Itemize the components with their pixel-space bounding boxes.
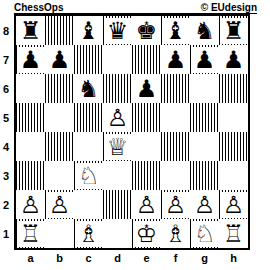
black-pawn-piece: ♟	[133, 76, 160, 102]
square-b2[interactable]: ♙	[45, 190, 74, 219]
black-bishop-piece: ♝	[162, 18, 189, 44]
square-a1[interactable]: ♖	[16, 219, 45, 248]
square-g8[interactable]: ♞	[190, 16, 219, 45]
file-label-b: b	[45, 251, 74, 265]
square-f2[interactable]: ♙	[161, 190, 190, 219]
square-h8[interactable]: ♜	[219, 16, 248, 45]
square-b3[interactable]	[45, 161, 74, 190]
title-bar: ChessOps © EUdesign	[14, 0, 257, 14]
file-label-a: a	[16, 251, 45, 265]
square-e7[interactable]	[132, 45, 161, 74]
square-g2[interactable]: ♙	[190, 190, 219, 219]
rank-label-6: 6	[0, 74, 12, 103]
square-f7[interactable]: ♟	[161, 45, 190, 74]
white-knight-piece: ♘	[75, 163, 102, 189]
square-g1[interactable]: ♘	[190, 219, 219, 248]
square-g5[interactable]	[190, 103, 219, 132]
square-b7[interactable]: ♟	[45, 45, 74, 74]
square-f5[interactable]	[161, 103, 190, 132]
square-d5[interactable]: ♙	[103, 103, 132, 132]
white-knight-piece: ♘	[191, 221, 218, 247]
black-pawn-piece: ♟	[162, 47, 189, 73]
black-pawn-piece: ♟	[191, 47, 218, 73]
chess-board: ♜♝♛♚♝♞♜♟♟♟♟♟♞♟♙♕♘♙♙♙♙♙♙♖♗♔♗♘♖	[14, 14, 250, 250]
square-d1[interactable]	[103, 219, 132, 248]
square-a3[interactable]	[16, 161, 45, 190]
rank-label-2: 2	[0, 190, 12, 219]
white-pawn-piece: ♙	[46, 192, 73, 218]
app-title: ChessOps	[14, 2, 63, 13]
square-c1[interactable]: ♗	[74, 219, 103, 248]
square-b1[interactable]	[45, 219, 74, 248]
file-label-h: h	[219, 251, 248, 265]
square-d3[interactable]	[103, 161, 132, 190]
square-a5[interactable]	[16, 103, 45, 132]
white-rook-piece: ♖	[220, 221, 247, 247]
square-f8[interactable]: ♝	[161, 16, 190, 45]
white-rook-piece: ♖	[17, 221, 44, 247]
square-d8[interactable]: ♛	[103, 16, 132, 45]
square-a6[interactable]	[16, 74, 45, 103]
black-queen-piece: ♛	[104, 18, 131, 44]
square-e1[interactable]: ♔	[132, 219, 161, 248]
square-f3[interactable]	[161, 161, 190, 190]
square-c6[interactable]: ♞	[74, 74, 103, 103]
white-pawn-piece: ♙	[220, 192, 247, 218]
black-king-piece: ♚	[133, 18, 160, 44]
square-f1[interactable]: ♗	[161, 219, 190, 248]
rank-label-1: 1	[0, 219, 12, 248]
square-g6[interactable]	[190, 74, 219, 103]
file-label-f: f	[161, 251, 190, 265]
white-pawn-piece: ♙	[104, 105, 131, 131]
white-pawn-piece: ♙	[133, 192, 160, 218]
square-g7[interactable]: ♟	[190, 45, 219, 74]
rank-label-3: 3	[0, 161, 12, 190]
square-h2[interactable]: ♙	[219, 190, 248, 219]
square-d7[interactable]	[103, 45, 132, 74]
square-b6[interactable]	[45, 74, 74, 103]
square-a7[interactable]: ♟	[16, 45, 45, 74]
square-h3[interactable]	[219, 161, 248, 190]
black-pawn-piece: ♟	[220, 47, 247, 73]
white-pawn-piece: ♙	[17, 192, 44, 218]
square-h6[interactable]	[219, 74, 248, 103]
square-c5[interactable]	[74, 103, 103, 132]
rank-label-4: 4	[0, 132, 12, 161]
square-f6[interactable]	[161, 74, 190, 103]
square-a2[interactable]: ♙	[16, 190, 45, 219]
square-c3[interactable]: ♘	[74, 161, 103, 190]
square-e8[interactable]: ♚	[132, 16, 161, 45]
square-g4[interactable]	[190, 132, 219, 161]
file-label-e: e	[132, 251, 161, 265]
square-d2[interactable]	[103, 190, 132, 219]
square-b8[interactable]	[45, 16, 74, 45]
square-c2[interactable]	[74, 190, 103, 219]
black-knight-piece: ♞	[75, 76, 102, 102]
file-labels: abcdefgh	[16, 251, 248, 265]
file-label-d: d	[103, 251, 132, 265]
square-h4[interactable]	[219, 132, 248, 161]
square-h5[interactable]	[219, 103, 248, 132]
square-g3[interactable]	[190, 161, 219, 190]
black-rook-piece: ♜	[17, 18, 44, 44]
black-bishop-piece: ♝	[75, 18, 102, 44]
square-c4[interactable]	[74, 132, 103, 161]
black-pawn-piece: ♟	[17, 47, 44, 73]
square-e2[interactable]: ♙	[132, 190, 161, 219]
white-pawn-piece: ♙	[162, 192, 189, 218]
square-c7[interactable]	[74, 45, 103, 74]
file-label-c: c	[74, 251, 103, 265]
white-pawn-piece: ♙	[191, 192, 218, 218]
square-e3[interactable]	[132, 161, 161, 190]
white-king-piece: ♔	[133, 221, 160, 247]
white-bishop-piece: ♗	[162, 221, 189, 247]
square-a8[interactable]: ♜	[16, 16, 45, 45]
black-rook-piece: ♜	[220, 18, 247, 44]
file-label-g: g	[190, 251, 219, 265]
square-f4[interactable]	[161, 132, 190, 161]
square-a4[interactable]	[16, 132, 45, 161]
square-b4[interactable]	[45, 132, 74, 161]
square-e6[interactable]: ♟	[132, 74, 161, 103]
white-bishop-piece: ♗	[75, 221, 102, 247]
square-d4[interactable]: ♕	[103, 132, 132, 161]
copyright-credit: © EUdesign	[201, 2, 257, 13]
rank-label-5: 5	[0, 103, 12, 132]
white-queen-piece: ♕	[104, 134, 131, 160]
rank-label-8: 8	[0, 16, 12, 45]
square-d6[interactable]	[103, 74, 132, 103]
square-h1[interactable]: ♖	[219, 219, 248, 248]
square-c8[interactable]: ♝	[74, 16, 103, 45]
square-b5[interactable]	[45, 103, 74, 132]
square-h7[interactable]: ♟	[219, 45, 248, 74]
black-knight-piece: ♞	[191, 18, 218, 44]
rank-labels: 87654321	[0, 16, 12, 248]
black-pawn-piece: ♟	[46, 47, 73, 73]
square-e4[interactable]	[132, 132, 161, 161]
rank-label-7: 7	[0, 45, 12, 74]
square-e5[interactable]	[132, 103, 161, 132]
